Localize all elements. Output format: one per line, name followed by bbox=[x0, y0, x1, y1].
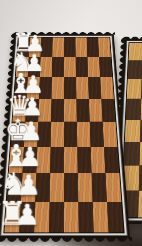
board-square bbox=[51, 122, 64, 147]
chess-board-squares: ♜♞♝♛♚♝♞♜♟♟♟♟♟♟♟♟ bbox=[4, 37, 123, 232]
board-square bbox=[64, 147, 78, 174]
board-square bbox=[75, 37, 87, 56]
board-square bbox=[51, 99, 64, 122]
board-square bbox=[98, 37, 111, 56]
board-square bbox=[52, 57, 64, 77]
board-square bbox=[52, 37, 64, 56]
board-square bbox=[64, 57, 76, 77]
board-square bbox=[128, 61, 142, 80]
board-square bbox=[52, 77, 64, 99]
board-square bbox=[50, 147, 64, 174]
board-square bbox=[139, 166, 142, 191]
board-square bbox=[101, 99, 115, 122]
board-square bbox=[76, 77, 89, 99]
board-square bbox=[76, 57, 88, 77]
board-square bbox=[126, 99, 141, 120]
board-square bbox=[78, 202, 93, 233]
chess-board: ♜♞♝♛♚♝♞♜♟♟♟♟♟♟♟♟ bbox=[0, 34, 130, 238]
board-square bbox=[125, 120, 141, 142]
board-square bbox=[77, 122, 91, 147]
board-square bbox=[77, 147, 91, 174]
chess-piece-white-pawn: ♟ bbox=[14, 201, 40, 230]
board-square bbox=[140, 120, 142, 142]
board-square bbox=[141, 79, 142, 99]
board-square bbox=[107, 202, 124, 233]
board-square bbox=[138, 191, 142, 218]
board-square bbox=[64, 37, 76, 56]
board-square bbox=[50, 173, 64, 202]
board-square bbox=[64, 202, 79, 233]
board-square bbox=[49, 202, 64, 233]
board-square bbox=[129, 43, 142, 61]
board-square bbox=[100, 77, 114, 99]
chess-board-frame: ♜♞♝♛♚♝♞♜♟♟♟♟♟♟♟♟ bbox=[0, 34, 130, 238]
board-square bbox=[105, 173, 121, 202]
board-square bbox=[127, 79, 142, 99]
board-square bbox=[139, 142, 142, 166]
board-square bbox=[124, 142, 140, 166]
scalloped-edge bbox=[123, 36, 142, 40]
board-square bbox=[78, 173, 93, 202]
board-square bbox=[76, 99, 89, 122]
board-square bbox=[99, 57, 112, 77]
board-square bbox=[141, 99, 142, 120]
board-square bbox=[64, 77, 76, 99]
board-square bbox=[104, 147, 119, 174]
board-square bbox=[64, 173, 78, 202]
board-square bbox=[64, 122, 77, 147]
board-square bbox=[92, 173, 107, 202]
photo-scene: ♜♞♝♛♚♝♞♜♟♟♟♟♟♟♟♟ bbox=[0, 0, 142, 246]
board-square bbox=[103, 122, 118, 147]
board-square bbox=[64, 99, 77, 122]
